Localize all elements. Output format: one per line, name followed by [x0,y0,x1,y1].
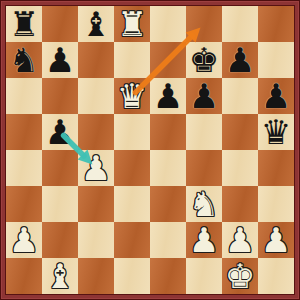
square-f7[interactable]: ♚ [186,42,222,78]
piece-black-king[interactable]: ♚ [186,42,222,78]
board-frame: ♜♝♜♞♟♚♟♛♟♟♟♟♛♟♞♟♟♟♟♝♚ [0,0,300,300]
square-b1[interactable]: ♝ [42,258,78,294]
square-e7[interactable] [150,42,186,78]
square-g1[interactable]: ♚ [222,258,258,294]
square-b4[interactable] [42,150,78,186]
square-h8[interactable] [258,6,294,42]
piece-black-pawn[interactable]: ♟ [186,78,222,114]
square-d2[interactable] [114,222,150,258]
piece-black-pawn[interactable]: ♟ [150,78,186,114]
piece-black-pawn[interactable]: ♟ [42,114,78,150]
piece-white-bishop[interactable]: ♝ [42,258,78,294]
square-d5[interactable] [114,114,150,150]
piece-black-knight[interactable]: ♞ [6,42,42,78]
piece-white-pawn[interactable]: ♟ [258,222,294,258]
piece-white-king[interactable]: ♚ [222,258,258,294]
square-h1[interactable] [258,258,294,294]
piece-white-pawn[interactable]: ♟ [78,150,114,186]
square-a3[interactable] [6,186,42,222]
square-d7[interactable] [114,42,150,78]
square-a1[interactable] [6,258,42,294]
piece-white-pawn[interactable]: ♟ [222,222,258,258]
piece-white-rook[interactable]: ♜ [114,6,150,42]
piece-black-pawn[interactable]: ♟ [222,42,258,78]
piece-black-queen[interactable]: ♛ [258,114,294,150]
square-g3[interactable] [222,186,258,222]
piece-white-queen[interactable]: ♛ [114,78,150,114]
square-b7[interactable]: ♟ [42,42,78,78]
square-c2[interactable] [78,222,114,258]
piece-black-pawn[interactable]: ♟ [42,42,78,78]
square-a6[interactable] [6,78,42,114]
square-e8[interactable] [150,6,186,42]
square-f5[interactable] [186,114,222,150]
piece-white-knight[interactable]: ♞ [186,186,222,222]
square-b2[interactable] [42,222,78,258]
square-c5[interactable] [78,114,114,150]
square-b3[interactable] [42,186,78,222]
square-h5[interactable]: ♛ [258,114,294,150]
square-f2[interactable]: ♟ [186,222,222,258]
square-f1[interactable] [186,258,222,294]
chess-app: ♜♝♜♞♟♚♟♛♟♟♟♟♛♟♞♟♟♟♟♝♚ [0,0,300,300]
square-f3[interactable]: ♞ [186,186,222,222]
piece-black-pawn[interactable]: ♟ [258,78,294,114]
square-a5[interactable] [6,114,42,150]
square-f8[interactable] [186,6,222,42]
piece-black-bishop[interactable]: ♝ [78,6,114,42]
square-d3[interactable] [114,186,150,222]
chess-board[interactable]: ♜♝♜♞♟♚♟♛♟♟♟♟♛♟♞♟♟♟♟♝♚ [6,6,294,294]
square-d6[interactable]: ♛ [114,78,150,114]
square-c4[interactable]: ♟ [78,150,114,186]
square-e5[interactable] [150,114,186,150]
square-b8[interactable] [42,6,78,42]
square-h6[interactable]: ♟ [258,78,294,114]
square-b6[interactable] [42,78,78,114]
square-f4[interactable] [186,150,222,186]
square-c3[interactable] [78,186,114,222]
square-h7[interactable] [258,42,294,78]
square-g2[interactable]: ♟ [222,222,258,258]
square-e2[interactable] [150,222,186,258]
square-g4[interactable] [222,150,258,186]
square-c1[interactable] [78,258,114,294]
square-a8[interactable]: ♜ [6,6,42,42]
square-b5[interactable]: ♟ [42,114,78,150]
square-c8[interactable]: ♝ [78,6,114,42]
square-d1[interactable] [114,258,150,294]
square-e4[interactable] [150,150,186,186]
square-c7[interactable] [78,42,114,78]
square-e3[interactable] [150,186,186,222]
square-a4[interactable] [6,150,42,186]
square-g8[interactable] [222,6,258,42]
square-a7[interactable]: ♞ [6,42,42,78]
square-h3[interactable] [258,186,294,222]
square-d8[interactable]: ♜ [114,6,150,42]
square-g5[interactable] [222,114,258,150]
piece-white-pawn[interactable]: ♟ [186,222,222,258]
piece-black-rook[interactable]: ♜ [6,6,42,42]
square-e6[interactable]: ♟ [150,78,186,114]
square-e1[interactable] [150,258,186,294]
square-c6[interactable] [78,78,114,114]
square-h2[interactable]: ♟ [258,222,294,258]
square-d4[interactable] [114,150,150,186]
square-f6[interactable]: ♟ [186,78,222,114]
square-g7[interactable]: ♟ [222,42,258,78]
square-a2[interactable]: ♟ [6,222,42,258]
square-g6[interactable] [222,78,258,114]
piece-white-pawn[interactable]: ♟ [6,222,42,258]
square-h4[interactable] [258,150,294,186]
